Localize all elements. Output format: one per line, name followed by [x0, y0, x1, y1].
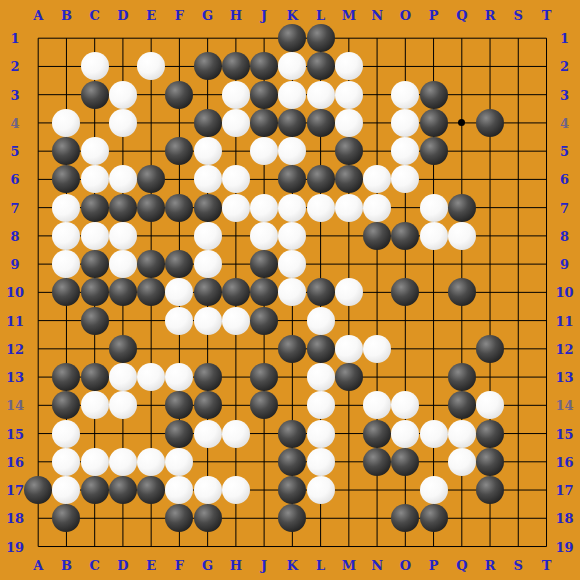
stone-white-N7: [363, 194, 391, 222]
column-label-bottom-F: F: [175, 558, 184, 573]
stone-black-C17: [81, 476, 109, 504]
row-label-right-13: 13: [555, 370, 573, 385]
stone-white-H15: [222, 420, 250, 448]
stone-black-F3: [165, 81, 193, 109]
stone-black-J13: [250, 363, 278, 391]
stone-black-F15: [165, 420, 193, 448]
stone-white-H3: [222, 81, 250, 109]
stone-black-C10: [81, 278, 109, 306]
stone-white-C8: [81, 222, 109, 250]
stone-black-G2: [194, 52, 222, 80]
column-label-top-A: A: [33, 7, 43, 22]
stone-white-G11: [194, 307, 222, 335]
column-label-bottom-O: O: [400, 558, 411, 573]
stone-white-H11: [222, 307, 250, 335]
stone-black-Q7: [448, 194, 476, 222]
column-label-top-E: E: [146, 7, 156, 22]
stone-black-C7: [81, 194, 109, 222]
column-label-top-O: O: [400, 7, 411, 22]
stone-white-K7: [278, 194, 306, 222]
column-label-bottom-T: T: [542, 558, 552, 573]
stone-black-G10: [194, 278, 222, 306]
stone-white-J8: [250, 222, 278, 250]
row-label-right-8: 8: [560, 228, 569, 243]
stone-white-L13: [307, 363, 335, 391]
stone-black-P3: [420, 81, 448, 109]
stone-white-J7: [250, 194, 278, 222]
stone-white-N12: [363, 335, 391, 363]
row-label-left-3: 3: [10, 87, 19, 102]
stone-white-L7: [307, 194, 335, 222]
stone-black-L4: [307, 109, 335, 137]
row-label-left-10: 10: [6, 285, 24, 300]
stone-black-L6: [307, 165, 335, 193]
stone-white-L15: [307, 420, 335, 448]
row-label-left-16: 16: [6, 454, 24, 469]
stone-white-P17: [420, 476, 448, 504]
row-label-left-12: 12: [6, 341, 24, 356]
stone-black-R17: [476, 476, 504, 504]
column-label-bottom-Q: Q: [456, 558, 467, 573]
stone-black-O16: [391, 448, 419, 476]
stone-white-L14: [307, 391, 335, 419]
stone-white-G15: [194, 420, 222, 448]
row-label-left-2: 2: [10, 59, 19, 74]
stone-black-K15: [278, 420, 306, 448]
stone-white-G8: [194, 222, 222, 250]
column-label-top-C: C: [89, 7, 99, 22]
column-label-top-Q: Q: [456, 7, 467, 22]
row-label-left-6: 6: [10, 172, 19, 187]
stone-white-G5: [194, 137, 222, 165]
stone-white-G17: [194, 476, 222, 504]
row-label-left-9: 9: [10, 257, 19, 272]
column-label-bottom-C: C: [89, 558, 99, 573]
column-label-bottom-A: A: [33, 558, 43, 573]
stone-white-D16: [109, 448, 137, 476]
row-label-left-17: 17: [6, 483, 24, 498]
stone-black-J3: [250, 81, 278, 109]
stone-black-C11: [81, 307, 109, 335]
stone-white-C16: [81, 448, 109, 476]
row-label-left-19: 19: [6, 539, 24, 554]
row-label-right-4: 4: [560, 115, 569, 130]
stone-black-L2: [307, 52, 335, 80]
column-label-top-J: J: [261, 7, 267, 22]
row-label-right-5: 5: [560, 144, 569, 159]
column-label-top-S: S: [514, 7, 523, 22]
stone-black-G7: [194, 194, 222, 222]
row-label-right-2: 2: [560, 59, 569, 74]
row-label-right-10: 10: [555, 285, 573, 300]
stone-white-Q15: [448, 420, 476, 448]
row-label-left-5: 5: [10, 144, 19, 159]
row-label-left-15: 15: [6, 426, 24, 441]
stone-black-R16: [476, 448, 504, 476]
stone-white-P7: [420, 194, 448, 222]
row-label-left-14: 14: [6, 398, 24, 413]
column-label-bottom-D: D: [117, 558, 128, 573]
stone-black-L10: [307, 278, 335, 306]
stone-black-C3: [81, 81, 109, 109]
column-label-top-G: G: [202, 7, 213, 22]
stone-black-M13: [335, 363, 363, 391]
stone-white-D3: [109, 81, 137, 109]
stone-white-Q16: [448, 448, 476, 476]
column-label-top-D: D: [117, 7, 128, 22]
row-label-right-17: 17: [555, 483, 573, 498]
column-label-top-K: K: [287, 7, 298, 22]
row-label-left-8: 8: [10, 228, 19, 243]
row-label-left-7: 7: [10, 200, 19, 215]
stone-black-F7: [165, 194, 193, 222]
stone-white-M4: [335, 109, 363, 137]
column-label-bottom-R: R: [485, 558, 496, 573]
column-label-top-T: T: [542, 7, 552, 22]
stone-black-J4: [250, 109, 278, 137]
row-label-left-4: 4: [10, 115, 19, 130]
column-label-top-H: H: [230, 7, 242, 22]
stone-black-G14: [194, 391, 222, 419]
stone-black-C13: [81, 363, 109, 391]
stone-black-K16: [278, 448, 306, 476]
stone-white-O15: [391, 420, 419, 448]
stone-black-C9: [81, 250, 109, 278]
stone-black-K12: [278, 335, 306, 363]
stone-white-G9: [194, 250, 222, 278]
stone-black-P5: [420, 137, 448, 165]
column-label-top-M: M: [342, 7, 356, 22]
row-label-left-18: 18: [6, 511, 24, 526]
stone-white-L17: [307, 476, 335, 504]
row-label-right-19: 19: [555, 539, 573, 554]
column-label-bottom-L: L: [316, 558, 325, 573]
stone-black-R15: [476, 420, 504, 448]
stone-white-B7: [52, 194, 80, 222]
stone-black-R4: [476, 109, 504, 137]
row-label-right-12: 12: [555, 341, 573, 356]
row-label-left-11: 11: [6, 313, 24, 328]
row-label-right-16: 16: [555, 454, 573, 469]
stone-black-P18: [420, 504, 448, 532]
stone-black-L1: [307, 24, 335, 52]
column-label-top-B: B: [61, 7, 72, 22]
stone-white-C2: [81, 52, 109, 80]
stone-white-F11: [165, 307, 193, 335]
stone-white-L16: [307, 448, 335, 476]
stone-white-D8: [109, 222, 137, 250]
stone-black-O8: [391, 222, 419, 250]
stone-black-N16: [363, 448, 391, 476]
column-label-bottom-N: N: [371, 558, 383, 573]
column-label-bottom-E: E: [146, 558, 156, 573]
stone-white-C5: [81, 137, 109, 165]
stone-white-F16: [165, 448, 193, 476]
stone-white-M3: [335, 81, 363, 109]
column-label-bottom-M: M: [342, 558, 356, 573]
stone-black-R12: [476, 335, 504, 363]
stone-white-B15: [52, 420, 80, 448]
row-label-left-13: 13: [6, 370, 24, 385]
row-label-right-7: 7: [560, 200, 569, 215]
column-label-bottom-J: J: [261, 558, 267, 573]
stone-white-K3: [278, 81, 306, 109]
stone-white-E16: [137, 448, 165, 476]
stone-black-D12: [109, 335, 137, 363]
stone-white-D4: [109, 109, 137, 137]
stone-black-D7: [109, 194, 137, 222]
stone-black-Q14: [448, 391, 476, 419]
stone-white-C6: [81, 165, 109, 193]
row-label-right-15: 15: [555, 426, 573, 441]
stone-white-G6: [194, 165, 222, 193]
stone-black-M5: [335, 137, 363, 165]
column-label-bottom-B: B: [61, 558, 72, 573]
stone-black-Q10: [448, 278, 476, 306]
stone-black-J11: [250, 307, 278, 335]
stone-black-G4: [194, 109, 222, 137]
stone-white-M10: [335, 278, 363, 306]
stone-white-C14: [81, 391, 109, 419]
stone-white-H4: [222, 109, 250, 137]
stone-black-E17: [137, 476, 165, 504]
stone-black-Q13: [448, 363, 476, 391]
column-label-top-F: F: [175, 7, 184, 22]
stone-black-E7: [137, 194, 165, 222]
row-label-right-3: 3: [560, 87, 569, 102]
stone-black-G18: [194, 504, 222, 532]
column-label-top-L: L: [316, 7, 325, 22]
stone-white-O3: [391, 81, 419, 109]
stone-white-D9: [109, 250, 137, 278]
row-label-right-9: 9: [560, 257, 569, 272]
stone-white-H17: [222, 476, 250, 504]
stone-white-M7: [335, 194, 363, 222]
row-label-right-6: 6: [560, 172, 569, 187]
stone-black-D17: [109, 476, 137, 504]
stone-white-L3: [307, 81, 335, 109]
row-label-right-1: 1: [560, 31, 569, 46]
stone-black-N15: [363, 420, 391, 448]
column-label-bottom-G: G: [202, 558, 213, 573]
go-board[interactable]: AABBCCDDEEFFGGHHJJKKLLMMNNOOPPQQRRSSTT11…: [0, 0, 580, 580]
stone-white-D13: [109, 363, 137, 391]
stone-white-M12: [335, 335, 363, 363]
column-label-top-R: R: [485, 7, 496, 22]
stone-black-L12: [307, 335, 335, 363]
stone-black-N8: [363, 222, 391, 250]
stone-white-Q8: [448, 222, 476, 250]
stone-white-H7: [222, 194, 250, 222]
stone-black-G13: [194, 363, 222, 391]
column-label-bottom-H: H: [230, 558, 242, 573]
row-label-left-1: 1: [10, 31, 19, 46]
column-label-bottom-P: P: [429, 558, 439, 573]
stone-white-P8: [420, 222, 448, 250]
stone-white-L11: [307, 307, 335, 335]
row-label-right-11: 11: [555, 313, 573, 328]
stone-white-P15: [420, 420, 448, 448]
row-label-right-14: 14: [555, 398, 573, 413]
row-label-right-18: 18: [555, 511, 573, 526]
column-label-bottom-K: K: [287, 558, 298, 573]
stone-black-P4: [420, 109, 448, 137]
column-label-top-N: N: [371, 7, 383, 22]
column-label-top-P: P: [429, 7, 439, 22]
column-label-bottom-S: S: [514, 558, 523, 573]
